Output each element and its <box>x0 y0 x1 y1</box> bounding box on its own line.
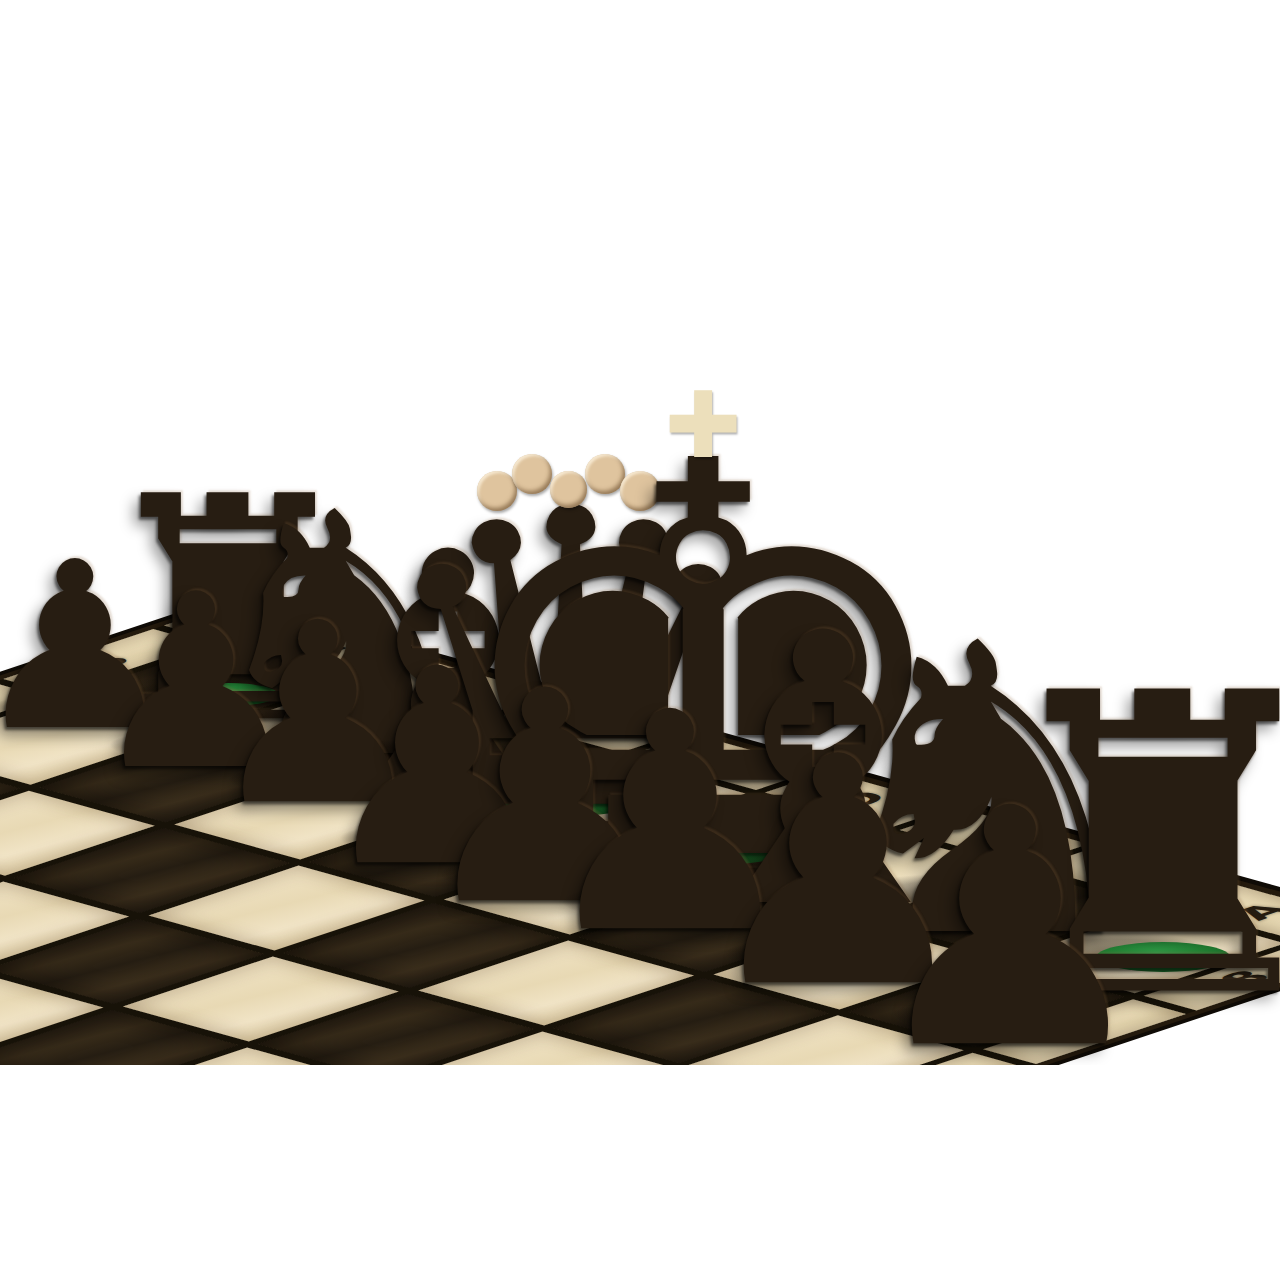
knight-glyph: ♞ <box>195 470 496 805</box>
queen-crown-ball-icon <box>550 471 587 508</box>
piece-black-queen-e8: ♛ <box>396 452 744 800</box>
king-cross-finial-icon: ✚ <box>665 380 742 472</box>
piece-shadow <box>1014 931 1211 976</box>
felt-pad <box>763 859 884 886</box>
pawn-glyph: ♟ <box>88 563 304 804</box>
piece-shadow <box>109 732 224 758</box>
queen-crown-ball-icon <box>585 454 625 494</box>
piece-shadow <box>724 937 874 971</box>
piece-black-pawn-f7: ♟ <box>222 590 414 782</box>
felt-pad <box>498 867 593 888</box>
piece-black-bishop-c8: ♝ <box>679 585 967 873</box>
felt-pad <box>787 946 889 969</box>
felt-pad <box>1096 942 1230 972</box>
piece-black-bishop-f8: ♝ <box>323 510 573 760</box>
piece-black-knight-b8: ♞ <box>836 592 1144 900</box>
queen-crown-ball-icon <box>512 454 552 494</box>
piece-black-pawn-h7: ♟ <box>0 532 164 710</box>
pawn-glyph: ♟ <box>414 653 676 946</box>
piece-shadow <box>892 997 1048 1032</box>
piece-black-pawn-d7: ♟ <box>433 653 658 878</box>
felt-pad <box>621 893 718 915</box>
felt-pad <box>178 683 278 706</box>
pawn-glyph: ♟ <box>863 766 1157 1094</box>
piece-shadow <box>224 706 384 742</box>
felt-pad <box>393 832 480 852</box>
piece-black-king-d8: ♚✚ <box>474 387 932 845</box>
piece-black-rook-a8: ♜ <box>1004 640 1280 958</box>
piece-shadow <box>331 739 486 774</box>
piece-black-pawn-c7: ♟ <box>554 673 786 905</box>
queen-glyph: ♛ <box>367 452 773 904</box>
piece-shadow <box>561 885 705 917</box>
rook-glyph: ♜ <box>89 457 366 766</box>
piece-black-pawn-g7: ♟ <box>104 563 289 748</box>
king-glyph: ♚ <box>436 387 970 982</box>
piece-black-rook-h8: ♜ <box>109 457 347 695</box>
felt-pad <box>278 772 359 790</box>
felt-pad <box>497 783 643 816</box>
piece-shadow <box>116 675 264 708</box>
bishop-glyph: ♝ <box>655 585 991 959</box>
pawn-glyph: ♟ <box>206 590 430 840</box>
felt-pad <box>396 748 501 772</box>
pawn-glyph: ♟ <box>697 716 979 1031</box>
felt-pad <box>291 715 399 740</box>
piece-shadow <box>845 874 1036 917</box>
pawn-glyph: ♟ <box>316 634 558 904</box>
felt-pad <box>607 822 799 866</box>
chess-set-photo: HGFEDCBA8877665544332211HGFEDCBA ♜♞♝♛♚✚♝… <box>0 0 1280 1280</box>
photo-bottom-crop <box>0 1065 1280 1280</box>
rook-glyph: ♜ <box>978 640 1280 1053</box>
felt-pad <box>157 739 235 757</box>
piece-shadow <box>228 766 347 793</box>
piece-shadow <box>406 770 622 819</box>
pawn-glyph: ♟ <box>0 532 179 763</box>
piece-black-pawn-a7: ♟ <box>884 766 1136 1018</box>
piece-shadow <box>0 695 102 720</box>
felt-pad <box>925 885 1054 914</box>
piece-shadow <box>488 806 772 870</box>
piece-black-knight-g8: ♞ <box>216 470 474 728</box>
piece-shadow <box>339 824 468 853</box>
queen-crown-ball-icon <box>620 471 660 511</box>
queen-crown-ball-icon <box>477 471 517 511</box>
piece-black-pawn-e7: ♟ <box>333 634 541 842</box>
felt-pad <box>957 1005 1063 1029</box>
bishop-glyph: ♝ <box>302 510 593 835</box>
piece-black-pawn-b7: ♟ <box>717 716 959 958</box>
piece-shadow <box>688 849 867 889</box>
piece-shadow <box>439 859 579 891</box>
felt-pad <box>38 701 113 718</box>
pawn-glyph: ♟ <box>535 673 805 975</box>
knight-glyph: ♞ <box>811 592 1170 992</box>
